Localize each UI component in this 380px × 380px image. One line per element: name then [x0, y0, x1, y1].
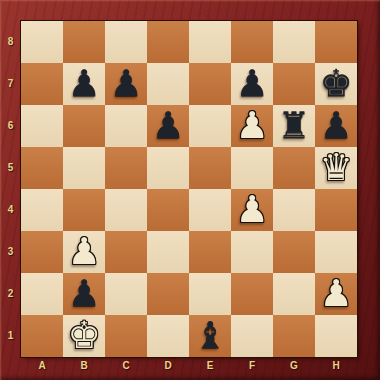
black-pawn[interactable]: ♟ — [67, 273, 100, 315]
square-e2[interactable] — [189, 273, 231, 315]
square-c6[interactable] — [105, 105, 147, 147]
white-pawn[interactable]: ♟ — [235, 105, 268, 147]
square-f8[interactable] — [231, 21, 273, 63]
square-g3[interactable] — [273, 231, 315, 273]
square-f5[interactable] — [231, 147, 273, 189]
square-b2[interactable]: ♟ — [63, 273, 105, 315]
file-label-a: A — [21, 357, 63, 375]
square-g7[interactable] — [273, 63, 315, 105]
square-d6[interactable]: ♟ — [147, 105, 189, 147]
file-label-e: E — [189, 357, 231, 375]
square-f2[interactable] — [231, 273, 273, 315]
square-c1[interactable] — [105, 315, 147, 357]
square-a5[interactable] — [21, 147, 63, 189]
square-d4[interactable] — [147, 189, 189, 231]
square-f1[interactable] — [231, 315, 273, 357]
square-h7[interactable]: ♚ — [315, 63, 357, 105]
file-label-f: F — [231, 357, 273, 375]
rank-label-4: 4 — [0, 189, 21, 231]
square-d8[interactable] — [147, 21, 189, 63]
square-b4[interactable] — [63, 189, 105, 231]
square-a3[interactable] — [21, 231, 63, 273]
square-b3[interactable]: ♟ — [63, 231, 105, 273]
rank-label-3: 3 — [0, 231, 21, 273]
square-f6[interactable]: ♟ — [231, 105, 273, 147]
square-h8[interactable] — [315, 21, 357, 63]
rank-label-5: 5 — [0, 147, 21, 189]
square-a4[interactable] — [21, 189, 63, 231]
square-h3[interactable] — [315, 231, 357, 273]
rank-label-6: 6 — [0, 105, 21, 147]
square-e3[interactable] — [189, 231, 231, 273]
square-d5[interactable] — [147, 147, 189, 189]
square-b8[interactable] — [63, 21, 105, 63]
square-b7[interactable]: ♟ — [63, 63, 105, 105]
square-e8[interactable] — [189, 21, 231, 63]
black-bishop[interactable]: ♝ — [193, 315, 226, 357]
black-king[interactable]: ♚ — [319, 63, 352, 105]
white-queen[interactable]: ♛ — [319, 147, 352, 189]
board-frame: ♟♟♟♚♟♟♜♟♛♟♟♟♟♚♝ 87654321 ABCDEFGH — [0, 0, 380, 380]
square-g6[interactable]: ♜ — [273, 105, 315, 147]
white-pawn[interactable]: ♟ — [67, 231, 100, 273]
square-e5[interactable] — [189, 147, 231, 189]
rank-label-2: 2 — [0, 273, 21, 315]
black-pawn[interactable]: ♟ — [319, 105, 352, 147]
square-c3[interactable] — [105, 231, 147, 273]
square-c5[interactable] — [105, 147, 147, 189]
file-label-d: D — [147, 357, 189, 375]
square-e1[interactable]: ♝ — [189, 315, 231, 357]
square-c2[interactable] — [105, 273, 147, 315]
rank-label-1: 1 — [0, 315, 21, 357]
square-d1[interactable] — [147, 315, 189, 357]
square-b5[interactable] — [63, 147, 105, 189]
square-e7[interactable] — [189, 63, 231, 105]
square-h5[interactable]: ♛ — [315, 147, 357, 189]
square-a7[interactable] — [21, 63, 63, 105]
square-f3[interactable] — [231, 231, 273, 273]
square-g8[interactable] — [273, 21, 315, 63]
square-a2[interactable] — [21, 273, 63, 315]
square-e6[interactable] — [189, 105, 231, 147]
black-pawn[interactable]: ♟ — [109, 63, 142, 105]
square-c7[interactable]: ♟ — [105, 63, 147, 105]
square-d3[interactable] — [147, 231, 189, 273]
square-c4[interactable] — [105, 189, 147, 231]
rank-label-7: 7 — [0, 63, 21, 105]
square-c8[interactable] — [105, 21, 147, 63]
square-h4[interactable] — [315, 189, 357, 231]
file-label-g: G — [273, 357, 315, 375]
square-a6[interactable] — [21, 105, 63, 147]
square-b6[interactable] — [63, 105, 105, 147]
square-g5[interactable] — [273, 147, 315, 189]
square-h6[interactable]: ♟ — [315, 105, 357, 147]
chess-board: ♟♟♟♚♟♟♜♟♛♟♟♟♟♚♝ — [21, 21, 357, 357]
file-label-c: C — [105, 357, 147, 375]
square-h1[interactable] — [315, 315, 357, 357]
white-pawn[interactable]: ♟ — [235, 189, 268, 231]
square-b1[interactable]: ♚ — [63, 315, 105, 357]
white-king[interactable]: ♚ — [67, 315, 100, 357]
square-a8[interactable] — [21, 21, 63, 63]
square-e4[interactable] — [189, 189, 231, 231]
black-pawn[interactable]: ♟ — [67, 63, 100, 105]
rank-label-8: 8 — [0, 21, 21, 63]
square-h2[interactable]: ♟ — [315, 273, 357, 315]
rank-labels: 87654321 — [0, 21, 21, 357]
black-rook[interactable]: ♜ — [277, 105, 310, 147]
square-g2[interactable] — [273, 273, 315, 315]
square-g4[interactable] — [273, 189, 315, 231]
square-d2[interactable] — [147, 273, 189, 315]
square-f7[interactable]: ♟ — [231, 63, 273, 105]
black-pawn[interactable]: ♟ — [235, 63, 268, 105]
black-pawn[interactable]: ♟ — [151, 105, 184, 147]
white-pawn[interactable]: ♟ — [319, 273, 352, 315]
square-a1[interactable] — [21, 315, 63, 357]
file-labels: ABCDEFGH — [21, 357, 357, 380]
square-g1[interactable] — [273, 315, 315, 357]
square-f4[interactable]: ♟ — [231, 189, 273, 231]
file-label-b: B — [63, 357, 105, 375]
file-label-h: H — [315, 357, 357, 375]
square-d7[interactable] — [147, 63, 189, 105]
